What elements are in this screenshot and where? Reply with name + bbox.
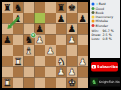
square-h3: ♟ [77,56,88,67]
subscribe-button[interactable]: Subscribe [91,62,118,72]
square-d1 [34,77,45,88]
analysis-sidebar: ★BestGoodBookInaccuracyMistakeBlunder Wi… [90,0,120,58]
square-d6: ♟ [34,24,45,35]
square-f7: ♟ [56,13,67,24]
channel-row[interactable]: ♞ KnightFish No.1 [90,77,120,87]
piece-white-rook-a1: ♜ [3,77,12,88]
square-a3 [2,56,13,67]
piece-white-king-g1: ♚ [68,77,77,88]
youtube-play-icon [91,65,96,69]
legend-item-blunder: Blunder [92,23,121,27]
square-b4 [13,45,24,56]
square-h5 [77,34,88,45]
loss-label: Loss: [92,37,103,41]
square-h8 [77,2,88,13]
square-b2 [13,67,24,78]
piece-black-pawn-a5: ♟ [3,34,12,45]
square-b5 [13,34,24,45]
piece-white-rook-b3: ♜ [14,56,23,67]
square-f5 [56,34,67,45]
legend-label: Blunder [96,23,109,27]
square-e3 [45,56,56,67]
square-c4: ♝ [24,45,35,56]
piece-white-pawn-g2: ♟ [68,67,77,78]
legend-best-icon [92,3,95,6]
square-e7 [45,13,56,24]
square-c1 [24,77,35,88]
legend-blunder-icon [92,24,95,27]
piece-white-pawn-d5: ♟ [35,34,44,45]
channel-name: KnightFish No.1 [99,80,120,84]
square-e4: ♟ [45,45,56,56]
square-d8 [34,2,45,13]
square-g1: ♚ [67,77,78,88]
square-c8 [24,2,35,13]
piece-white-bishop-c4: ♝ [25,45,34,56]
square-g4 [67,45,78,56]
subscribe-label: Subscribe [97,65,118,70]
channel-avatar-knight-icon: ♞ [91,78,99,86]
square-d7 [34,13,45,24]
square-a4 [2,45,13,56]
square-h4 [77,45,88,56]
piece-white-knight-f3: ♞ [57,56,66,67]
square-g3 [67,56,78,67]
piece-black-bishop-b7: ♝ [14,13,23,24]
piece-black-knight-c5: ♞ [25,34,34,45]
piece-black-king-g8: ♚ [68,2,77,13]
piece-black-pawn-g6: ♟ [68,24,77,35]
square-c3 [24,56,35,67]
square-d5: ♟ [34,34,45,45]
piece-black-knight-b8: ♞ [14,2,23,13]
legend-book-icon [92,11,95,14]
video-frame: ♜♞♜♚♝♟♟♟♟♟♞♟♟♝♟♜♞♟♟♟♜♚ ★ ★BestGoodBookIn… [0,0,120,90]
square-e2 [45,67,56,78]
piece-black-pawn-d6: ♟ [35,24,44,35]
piece-black-rook-f8: ♜ [57,2,66,13]
piece-black-pawn-f7: ♟ [57,13,66,24]
square-e5 [45,34,56,45]
win-draw-loss-stats: Win: 96.7 % Draw: 2.5 % Loss: 0.8 % [92,29,121,41]
square-g2: ♟ [67,67,78,78]
square-a5: ♟ [2,34,13,45]
square-a2 [2,67,13,78]
legend-inaccuracy-icon [92,15,95,18]
legend-mistake-icon [92,20,95,23]
square-e6 [45,24,56,35]
piece-black-rook-a8: ♜ [3,2,12,13]
square-b1 [13,77,24,88]
square-d3 [34,56,45,67]
square-a6 [2,24,13,35]
piece-black-pawn-h7: ♟ [78,13,87,24]
square-f3: ♞ [56,56,67,67]
move-quality-legend: ★BestGoodBookInaccuracyMistakeBlunder [92,2,121,27]
square-f6 [56,24,67,35]
square-d4 [34,45,45,56]
square-f4 [56,45,67,56]
square-c6 [24,24,35,35]
square-f1 [56,77,67,88]
square-h6 [77,24,88,35]
piece-white-pawn-g5: ♟ [68,34,77,45]
square-b8: ♞ [13,2,24,13]
square-a7 [2,13,13,24]
piece-white-pawn-h3: ♟ [78,56,87,67]
loss-value: 0.8 % [103,37,112,41]
square-c5: ♞ [24,34,35,45]
square-h2 [77,67,88,78]
square-g5: ♟ [67,34,78,45]
square-c2 [24,67,35,78]
square-g7 [67,13,78,24]
square-h1 [77,77,88,88]
square-b6 [13,24,24,35]
square-g6: ♟ [67,24,78,35]
square-b7: ♝ [13,13,24,24]
square-h7: ♟ [77,13,88,24]
square-a8: ♜ [2,2,13,13]
piece-white-pawn-e4: ♟ [46,45,55,56]
square-c7 [24,13,35,24]
legend-good-icon [92,7,95,10]
square-d2 [34,67,45,78]
square-a1: ♜ [2,77,13,88]
chess-board: ♜♞♜♚♝♟♟♟♟♟♞♟♟♝♟♜♞♟♟♟♜♚ [2,2,88,88]
square-e1 [45,77,56,88]
piece-white-pawn-f2: ♟ [57,67,66,78]
square-f8: ♜ [56,2,67,13]
square-f2: ♟ [56,67,67,78]
square-e8 [45,2,56,13]
loss-stat: Loss: 0.8 % [92,37,121,41]
square-b3: ♜ [13,56,24,67]
square-g8: ♚ [67,2,78,13]
